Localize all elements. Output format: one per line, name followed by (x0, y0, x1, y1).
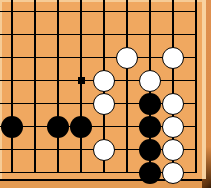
intersection (93, 138, 116, 161)
black-stone (139, 116, 161, 138)
intersection (1, 92, 24, 115)
intersection (24, 0, 47, 23)
intersection (93, 46, 116, 69)
intersection (70, 161, 93, 184)
intersection (185, 161, 208, 184)
intersection (1, 46, 24, 69)
intersection (162, 138, 185, 161)
intersection (70, 138, 93, 161)
intersection (93, 0, 116, 23)
intersection (24, 161, 47, 184)
intersection (1, 161, 24, 184)
white-stone (93, 93, 115, 115)
intersection (139, 46, 162, 69)
intersection (1, 115, 24, 138)
intersection (116, 46, 139, 69)
intersection (162, 161, 185, 184)
white-stone (162, 116, 184, 138)
intersection (24, 69, 47, 92)
white-stone (93, 139, 115, 161)
black-stone (70, 116, 92, 138)
intersection (70, 69, 93, 92)
intersection (185, 92, 208, 115)
white-stone (162, 139, 184, 161)
intersection (70, 92, 93, 115)
white-stone (139, 70, 161, 92)
white-stone (162, 47, 184, 69)
intersection (116, 161, 139, 184)
intersection (70, 23, 93, 46)
intersection (116, 23, 139, 46)
intersection (47, 69, 70, 92)
white-stone (162, 93, 184, 115)
intersection (47, 92, 70, 115)
intersection (70, 46, 93, 69)
intersection (162, 69, 185, 92)
white-stone (93, 70, 115, 92)
intersection (93, 69, 116, 92)
white-stone (162, 162, 184, 184)
intersection (162, 23, 185, 46)
intersection (185, 69, 208, 92)
black-stone (1, 116, 23, 138)
hoshi-marker (78, 77, 85, 84)
intersection (1, 69, 24, 92)
intersection (24, 138, 47, 161)
intersection (139, 69, 162, 92)
intersection (47, 138, 70, 161)
intersection (139, 23, 162, 46)
go-diagram (0, 0, 211, 188)
intersection (162, 115, 185, 138)
intersection (93, 92, 116, 115)
intersection (70, 115, 93, 138)
intersection (1, 138, 24, 161)
intersection (185, 23, 208, 46)
intersection (116, 0, 139, 23)
intersection (139, 92, 162, 115)
intersection (162, 46, 185, 69)
intersection (116, 69, 139, 92)
intersection (116, 115, 139, 138)
white-stone (116, 47, 138, 69)
intersection (185, 0, 208, 23)
intersection (162, 0, 185, 23)
intersection (139, 138, 162, 161)
intersection (1, 23, 24, 46)
intersection (24, 92, 47, 115)
intersection (70, 0, 93, 23)
intersection (162, 92, 185, 115)
intersection (24, 23, 47, 46)
intersection (47, 46, 70, 69)
intersection (185, 138, 208, 161)
intersection (1, 0, 24, 23)
go-board (1, 0, 208, 184)
black-stone (47, 116, 69, 138)
intersection (139, 161, 162, 184)
intersection (47, 23, 70, 46)
intersection (185, 46, 208, 69)
intersection (139, 115, 162, 138)
intersection (185, 115, 208, 138)
intersection (93, 161, 116, 184)
intersection (24, 115, 47, 138)
intersection (24, 46, 47, 69)
intersection (47, 0, 70, 23)
intersection (47, 161, 70, 184)
intersection (116, 138, 139, 161)
intersection (47, 115, 70, 138)
intersection (93, 115, 116, 138)
intersection (116, 92, 139, 115)
black-stone (139, 139, 161, 161)
black-stone (139, 162, 161, 184)
intersection (93, 23, 116, 46)
intersection (139, 0, 162, 23)
black-stone (139, 93, 161, 115)
